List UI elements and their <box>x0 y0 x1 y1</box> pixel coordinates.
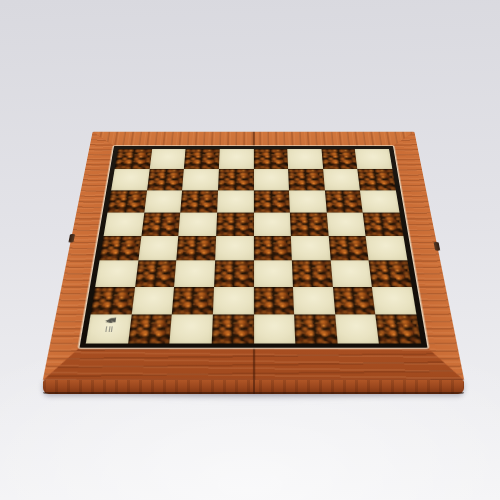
board-square <box>172 287 214 315</box>
board-square <box>366 236 408 261</box>
knight-icon: ♞ <box>103 316 118 325</box>
board-square <box>180 190 217 212</box>
board-square <box>254 287 295 315</box>
board-square <box>131 287 174 315</box>
board-square <box>321 149 357 169</box>
board-square <box>325 190 363 212</box>
board-square <box>128 314 172 343</box>
board-square <box>294 314 337 343</box>
board-square <box>213 287 254 315</box>
board-square <box>184 149 220 169</box>
board-square <box>355 149 392 169</box>
board-square <box>330 261 372 287</box>
board-square <box>91 287 135 315</box>
board-square <box>104 212 144 235</box>
board-square <box>335 314 379 343</box>
board-square <box>149 149 185 169</box>
board-square <box>290 212 328 235</box>
board-square <box>254 236 292 261</box>
board-square <box>111 169 149 190</box>
fold-seam-bottom <box>252 348 254 381</box>
chess-board: ♞ <box>43 132 465 381</box>
board-square <box>372 287 416 315</box>
photo-background: ♞ <box>0 0 500 500</box>
brand-logo: ♞ <box>91 311 127 337</box>
board-square <box>363 212 403 235</box>
board-square <box>254 261 294 287</box>
board-square <box>219 149 254 169</box>
fold-seam-top <box>253 132 255 146</box>
board-square <box>177 236 217 261</box>
board-square <box>360 190 399 212</box>
board-square <box>218 169 254 190</box>
board-square <box>115 149 152 169</box>
board-square <box>174 261 215 287</box>
board-square <box>215 236 253 261</box>
board-square <box>254 149 289 169</box>
board-square <box>147 169 184 190</box>
board-square <box>170 314 213 343</box>
hinge-right <box>433 242 440 251</box>
board-square <box>216 212 253 235</box>
board-square <box>369 261 412 287</box>
board-square <box>141 212 180 235</box>
board-square <box>328 236 369 261</box>
logo-text-marks <box>105 327 112 333</box>
board-square <box>217 190 254 212</box>
board-square <box>254 314 296 343</box>
board-square <box>95 261 138 287</box>
board-square <box>179 212 217 235</box>
board-square <box>289 190 326 212</box>
board-square <box>100 236 142 261</box>
board-square <box>107 190 146 212</box>
board-square <box>293 287 335 315</box>
board-square <box>254 169 290 190</box>
board-square <box>333 287 376 315</box>
board-square <box>138 236 179 261</box>
board-square <box>292 261 333 287</box>
fold-seam-surface <box>253 149 254 344</box>
board-square <box>254 212 291 235</box>
board-square <box>254 190 291 212</box>
board-square <box>287 149 323 169</box>
board-square <box>212 314 254 343</box>
board-front-edge <box>43 380 464 394</box>
board-square <box>358 169 396 190</box>
board-square <box>135 261 177 287</box>
board-square <box>291 236 331 261</box>
board-square <box>323 169 360 190</box>
board-square <box>144 190 182 212</box>
board-square <box>327 212 366 235</box>
board-square <box>288 169 324 190</box>
board-square <box>214 261 254 287</box>
board-square <box>376 314 422 343</box>
board-square <box>182 169 218 190</box>
